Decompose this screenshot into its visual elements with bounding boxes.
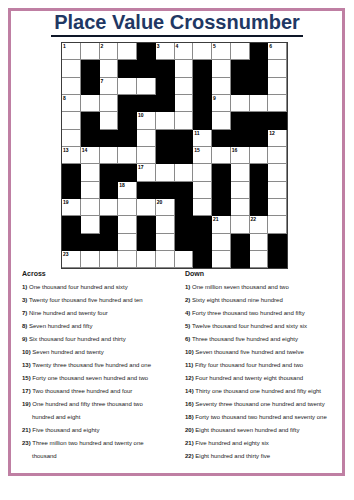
clue-number-label: 7) bbox=[22, 310, 27, 316]
grid-cell[interactable]: 17 bbox=[137, 164, 156, 181]
blocked-cell bbox=[62, 234, 81, 251]
clue-number-label: 21) bbox=[22, 427, 31, 433]
clue: 10) Seven thousand five hundred and twel… bbox=[185, 346, 345, 359]
grid-cell[interactable] bbox=[156, 234, 175, 251]
title-area: Place Value Crossnumber bbox=[0, 11, 354, 37]
grid-cell[interactable] bbox=[81, 216, 100, 233]
blocked-cell bbox=[118, 95, 137, 112]
grid-cell[interactable] bbox=[212, 147, 231, 164]
clue: 22) Eight hundred and thirty five bbox=[185, 450, 345, 463]
clue-number: 6 bbox=[269, 43, 272, 49]
blocked-cell bbox=[212, 130, 231, 147]
blocked-cell bbox=[250, 43, 269, 60]
blocked-cell bbox=[268, 234, 287, 251]
blocked-cell bbox=[118, 112, 137, 129]
grid-cell[interactable]: 5 bbox=[212, 43, 231, 60]
grid-cell[interactable] bbox=[118, 234, 137, 251]
blocked-cell bbox=[175, 216, 194, 233]
grid-cell[interactable] bbox=[193, 164, 212, 181]
grid-cell[interactable] bbox=[100, 147, 119, 164]
blocked-cell bbox=[100, 182, 119, 199]
grid-cell[interactable] bbox=[62, 112, 81, 129]
blocked-cell bbox=[193, 234, 212, 251]
blocked-cell bbox=[231, 78, 250, 95]
grid-cell[interactable] bbox=[231, 43, 250, 60]
grid-cell[interactable] bbox=[118, 216, 137, 233]
blocked-cell bbox=[250, 60, 269, 77]
clue: 16) Seventy three thousand one hundred a… bbox=[185, 398, 345, 411]
clue-number: 8 bbox=[63, 95, 66, 101]
blocked-cell bbox=[212, 199, 231, 216]
clue: 21) Five thousand and eighty bbox=[22, 424, 184, 437]
clue: 20) Eight thousand seven hundred and fif… bbox=[185, 424, 345, 437]
grid-cell[interactable] bbox=[81, 164, 100, 181]
across-clue-list: 1) One thousand four hundred and sixty3)… bbox=[22, 281, 184, 463]
blocked-cell bbox=[81, 130, 100, 147]
blocked-cell bbox=[231, 234, 250, 251]
grid-cell[interactable]: 14 bbox=[81, 147, 100, 164]
grid-cell[interactable]: 9 bbox=[212, 95, 231, 112]
down-clues-column: Down 1) One million seven thousand and t… bbox=[185, 266, 345, 463]
blocked-cell bbox=[118, 130, 137, 147]
grid-cell[interactable] bbox=[268, 216, 287, 233]
blocked-cell bbox=[231, 130, 250, 147]
blocked-cell bbox=[175, 199, 194, 216]
clue: 17) Two thousand three hundred and four bbox=[22, 385, 184, 398]
grid-cell[interactable] bbox=[100, 199, 119, 216]
grid-cell[interactable]: 13 bbox=[62, 147, 81, 164]
grid-cell[interactable]: 10 bbox=[137, 112, 156, 129]
blocked-cell bbox=[156, 182, 175, 199]
grid-cell[interactable] bbox=[156, 216, 175, 233]
grid-cell[interactable] bbox=[250, 147, 269, 164]
grid-cell[interactable] bbox=[62, 60, 81, 77]
grid-cell[interactable] bbox=[175, 95, 194, 112]
blocked-cell bbox=[250, 112, 269, 129]
worksheet-page: Place Value Crossnumber 1234567891011121… bbox=[0, 0, 354, 500]
grid-cell[interactable] bbox=[175, 60, 194, 77]
grid-cell[interactable] bbox=[231, 216, 250, 233]
clue-number-label: 21) bbox=[185, 440, 194, 446]
grid-cell[interactable] bbox=[212, 234, 231, 251]
grid-cell[interactable] bbox=[81, 199, 100, 216]
clue-number-label: 11) bbox=[185, 362, 193, 368]
grid-cell[interactable] bbox=[193, 43, 212, 60]
grid-cell[interactable] bbox=[81, 182, 100, 199]
clue-number: 19 bbox=[63, 199, 69, 205]
grid-cell[interactable] bbox=[212, 78, 231, 95]
clue: 6) Three thousand five hundred and eight… bbox=[185, 333, 345, 346]
blocked-cell bbox=[193, 112, 212, 129]
grid-cell[interactable]: 16 bbox=[231, 147, 250, 164]
blocked-cell bbox=[137, 43, 156, 60]
clue: 8) Seven hundred and fifty bbox=[22, 320, 184, 333]
blocked-cell bbox=[62, 164, 81, 181]
blocked-cell bbox=[250, 78, 269, 95]
clue-number: 11 bbox=[194, 130, 199, 136]
clue: 7) Nine hundred and twenty four bbox=[22, 307, 184, 320]
blocked-cell bbox=[137, 95, 156, 112]
clue: 4) Forty three thousand two hundred and … bbox=[185, 307, 345, 320]
clue: 23) Three million two hundred and twenty… bbox=[22, 437, 184, 450]
blocked-cell bbox=[250, 130, 269, 147]
clue-number-label: 10) bbox=[185, 349, 194, 355]
grid-cell[interactable]: 7 bbox=[100, 78, 119, 95]
clue: 14) Thirty one thousand one hundred and … bbox=[185, 385, 345, 398]
clue: 5) Twelve thousand four hundred and sixt… bbox=[185, 320, 345, 333]
blocked-cell bbox=[137, 60, 156, 77]
down-clue-list: 1) One million seven thousand and two2) … bbox=[185, 281, 345, 463]
clue-number: 18 bbox=[119, 182, 125, 188]
clue-number-label: 5) bbox=[185, 323, 190, 329]
grid-cell[interactable] bbox=[156, 112, 175, 129]
grid-cell[interactable]: 8 bbox=[62, 95, 81, 112]
clue-number-label: 15) bbox=[22, 375, 31, 381]
grid-cell[interactable] bbox=[212, 112, 231, 129]
grid-cell[interactable] bbox=[231, 199, 250, 216]
blocked-cell bbox=[193, 95, 212, 112]
clue-number: 17 bbox=[138, 164, 144, 170]
grid-cell[interactable] bbox=[268, 147, 287, 164]
grid-cell[interactable] bbox=[231, 95, 250, 112]
grid-cell[interactable] bbox=[137, 78, 156, 95]
clue-number: 15 bbox=[194, 147, 200, 153]
grid-cell[interactable] bbox=[250, 234, 269, 251]
blocked-cell bbox=[100, 216, 119, 233]
grid-cell[interactable]: 20 bbox=[156, 199, 175, 216]
grid-cell[interactable]: 2 bbox=[100, 43, 119, 60]
grid-cell[interactable]: 1 bbox=[62, 43, 81, 60]
blocked-cell bbox=[62, 216, 81, 233]
clue: 11) Fifty four thousand four hundred and… bbox=[185, 359, 345, 372]
clue-number-label: 14) bbox=[185, 388, 194, 394]
clue: 9) Six thousand four hundred and thirty bbox=[22, 333, 184, 346]
grid-cell[interactable]: 4 bbox=[175, 43, 194, 60]
grid-cell[interactable] bbox=[175, 78, 194, 95]
grid-cell[interactable] bbox=[100, 112, 119, 129]
clue-number: 13 bbox=[63, 147, 69, 153]
clue-number-label: 6) bbox=[185, 336, 190, 342]
grid-cell[interactable]: 15 bbox=[193, 147, 212, 164]
clue-number: 9 bbox=[213, 95, 216, 101]
blocked-cell bbox=[100, 130, 119, 147]
blocked-cell bbox=[156, 78, 175, 95]
grid-cell[interactable] bbox=[156, 164, 175, 181]
clue-number-label: 8) bbox=[22, 323, 27, 329]
grid-cell[interactable] bbox=[118, 43, 137, 60]
blocked-cell bbox=[175, 234, 194, 251]
clue-number: 4 bbox=[176, 43, 179, 49]
clue-number-label: 16) bbox=[185, 401, 194, 407]
across-clues-column: Across 1) One thousand four hundred and … bbox=[22, 266, 184, 463]
blocked-cell bbox=[62, 182, 81, 199]
clue-number: 10 bbox=[138, 112, 144, 118]
page-title: Place Value Crossnumber bbox=[51, 11, 303, 37]
blocked-cell bbox=[100, 234, 119, 251]
grid-cell[interactable] bbox=[137, 199, 156, 216]
blocked-cell bbox=[100, 164, 119, 181]
clue-number: 22 bbox=[251, 216, 257, 222]
grid-cell[interactable]: 21 bbox=[212, 216, 231, 233]
blocked-cell bbox=[175, 130, 194, 147]
blocked-cell bbox=[118, 164, 137, 181]
clue: 1) One million seven thousand and two bbox=[185, 281, 345, 294]
blocked-cell bbox=[193, 78, 212, 95]
clue-number: 7 bbox=[101, 78, 104, 84]
clue-number-label: 9) bbox=[22, 336, 27, 342]
clue-continuation: hundred and eight bbox=[22, 411, 184, 424]
crossnumber-grid: 1234567891011121314151617181920212223 bbox=[61, 42, 288, 269]
grid-cell[interactable]: 11 bbox=[193, 130, 212, 147]
grid-cell[interactable] bbox=[231, 164, 250, 181]
clue: 21) Five hundred and eighty six bbox=[185, 437, 345, 450]
clue-continuation: thousand bbox=[22, 450, 184, 463]
grid-cell[interactable] bbox=[118, 147, 137, 164]
grid-cell[interactable] bbox=[137, 130, 156, 147]
clue: 2) Sixty eight thousand nine hundred bbox=[185, 294, 345, 307]
clue: 19) One hundred and fifty three thousand… bbox=[22, 398, 184, 411]
grid-cell[interactable]: 22 bbox=[250, 216, 269, 233]
clue-number-label: 4) bbox=[185, 310, 190, 316]
blocked-cell bbox=[250, 199, 269, 216]
clue-number: 12 bbox=[269, 130, 275, 136]
grid-cell[interactable] bbox=[100, 95, 119, 112]
blocked-cell bbox=[137, 234, 156, 251]
blocked-cell bbox=[156, 147, 175, 164]
clue-number-label: 3) bbox=[22, 297, 27, 303]
clue-number-label: 22) bbox=[185, 453, 194, 459]
across-header: Across bbox=[22, 266, 184, 281]
down-header: Down bbox=[185, 266, 345, 281]
blocked-cell bbox=[118, 60, 137, 77]
clue: 12) Four hundred and twenty eight thousa… bbox=[185, 372, 345, 385]
clue: 3) Twenty four thousand five hundred and… bbox=[22, 294, 184, 307]
clue-number: 1 bbox=[63, 43, 66, 49]
blocked-cell bbox=[212, 164, 231, 181]
blocked-cell bbox=[250, 164, 269, 181]
grid-cell[interactable] bbox=[137, 147, 156, 164]
blocked-cell bbox=[156, 95, 175, 112]
clue-number: 23 bbox=[63, 251, 69, 257]
grid-cell[interactable] bbox=[62, 78, 81, 95]
clue-number-label: 1) bbox=[185, 284, 190, 290]
grid-cell[interactable] bbox=[268, 199, 287, 216]
blocked-cell bbox=[231, 112, 250, 129]
clue-number-label: 23) bbox=[22, 440, 31, 446]
blocked-cell bbox=[81, 78, 100, 95]
grid-cell[interactable] bbox=[250, 95, 269, 112]
grid-cell[interactable] bbox=[268, 95, 287, 112]
grid-cell[interactable] bbox=[175, 164, 194, 181]
blocked-cell bbox=[156, 60, 175, 77]
clue: 10) Seven hundred and twenty bbox=[22, 346, 184, 359]
grid-cell[interactable] bbox=[231, 182, 250, 199]
blocked-cell bbox=[137, 216, 156, 233]
blocked-cell bbox=[175, 147, 194, 164]
blocked-cell bbox=[193, 60, 212, 77]
blocked-cell bbox=[137, 182, 156, 199]
grid-cell[interactable] bbox=[62, 130, 81, 147]
grid-cell[interactable] bbox=[175, 112, 194, 129]
clue-number: 21 bbox=[213, 216, 219, 222]
grid-cell[interactable]: 18 bbox=[118, 182, 137, 199]
grid-cell[interactable] bbox=[193, 199, 212, 216]
clue-number-label: 17) bbox=[22, 388, 31, 394]
grid-cell[interactable] bbox=[118, 78, 137, 95]
clue-number-label: 13) bbox=[22, 362, 31, 368]
grid-cell[interactable]: 6 bbox=[268, 43, 287, 60]
grid-cell[interactable] bbox=[268, 182, 287, 199]
blocked-cell bbox=[81, 112, 100, 129]
grid-cell[interactable] bbox=[268, 78, 287, 95]
grid-cell[interactable] bbox=[193, 182, 212, 199]
clue-number: 3 bbox=[157, 43, 160, 49]
blocked-cell bbox=[268, 112, 287, 129]
blocked-cell bbox=[212, 182, 231, 199]
clue: 15) Forty one thousand seven hundred and… bbox=[22, 372, 184, 385]
blocked-cell bbox=[250, 182, 269, 199]
clue-number: 2 bbox=[101, 43, 104, 49]
grid-cell[interactable] bbox=[268, 164, 287, 181]
blocked-cell bbox=[81, 234, 100, 251]
clue-number: 20 bbox=[157, 199, 163, 205]
grid-cell[interactable]: 3 bbox=[156, 43, 175, 60]
grid-cell[interactable] bbox=[118, 199, 137, 216]
grid-cell[interactable] bbox=[268, 60, 287, 77]
clue-number: 16 bbox=[232, 147, 238, 153]
grid-cell[interactable]: 19 bbox=[62, 199, 81, 216]
clue-number: 14 bbox=[82, 147, 88, 153]
grid-cell[interactable] bbox=[81, 43, 100, 60]
clue: 13) Twenty three thousand five hundred a… bbox=[22, 359, 184, 372]
clue: 18) Forty two thousand two hundred and s… bbox=[185, 411, 345, 424]
grid-cell[interactable] bbox=[100, 60, 119, 77]
blocked-cell bbox=[193, 216, 212, 233]
clue-number-label: 2) bbox=[185, 297, 190, 303]
clue-number-label: 19) bbox=[22, 401, 31, 407]
clue-number-label: 1) bbox=[22, 284, 27, 290]
clue-number-label: 12) bbox=[185, 375, 194, 381]
clue-number-label: 10) bbox=[22, 349, 31, 355]
blocked-cell bbox=[231, 60, 250, 77]
blocked-cell bbox=[81, 60, 100, 77]
clue-number-label: 20) bbox=[185, 427, 194, 433]
blocked-cell bbox=[175, 182, 194, 199]
grid-cell[interactable] bbox=[212, 60, 231, 77]
grid-cell[interactable] bbox=[81, 95, 100, 112]
clue: 1) One thousand four hundred and sixty bbox=[22, 281, 184, 294]
clue-number: 5 bbox=[213, 43, 216, 49]
blocked-cell bbox=[156, 130, 175, 147]
clue-number-label: 18) bbox=[185, 414, 194, 420]
grid-cell[interactable]: 12 bbox=[268, 130, 287, 147]
